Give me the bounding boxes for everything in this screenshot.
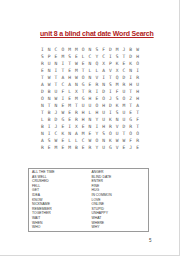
grid-cell-r10c4: W (59, 109, 66, 116)
grid-cell-r9c9: O (93, 102, 100, 109)
grid-cell-r14c8: W (87, 137, 94, 144)
grid-cell-r15c4: E (59, 144, 66, 151)
grid-cell-r15c14: J (127, 144, 134, 151)
grid-cell-r12c10: H (100, 123, 107, 130)
grid-cell-r11c4: G (59, 116, 66, 123)
grid-cell-r1c5: M (66, 46, 73, 53)
word-list-left-column: ALL THE TIMEAS WELLCRUSHEDFELLGETIDEAKNO… (29, 169, 89, 231)
grid-cell-r11c10: U (100, 116, 107, 123)
grid-cell-r3c15: O (134, 60, 141, 67)
grid-cell-r9c4: E (59, 102, 66, 109)
grid-cell-r2c11: I (107, 53, 114, 60)
grid-cell-r3c7: E (80, 60, 87, 67)
grid-cell-r13c14: O (127, 130, 134, 137)
grid-cell-r3c2: U (46, 60, 53, 67)
grid-cell-r13c13: T (121, 130, 128, 137)
grid-cell-r7c4: F (59, 88, 66, 95)
grid-cell-r7c9: I (93, 88, 100, 95)
grid-cell-r7c8: R (87, 88, 94, 95)
grid-cell-r2c9: Y (93, 53, 100, 60)
grid-cell-r1c10: F (100, 46, 107, 53)
grid-cell-r13c3: C (53, 130, 60, 137)
grid-cell-r11c5: E (66, 116, 73, 123)
grid-cell-r9c15: A (134, 102, 141, 109)
grid-cell-r1c14: B (127, 46, 134, 53)
grid-cell-r12c6: X (73, 123, 80, 130)
grid-cell-r11c14: G (127, 116, 134, 123)
grid-cell-r11c8: N (87, 116, 94, 123)
grid-cell-r6c13: R (121, 81, 128, 88)
grid-cell-r8c9: E (93, 95, 100, 102)
grid-cell-r6c15: U (134, 81, 141, 88)
grid-cell-r7c13: U (121, 88, 128, 95)
grid-cell-r12c9: I (93, 123, 100, 130)
grid-cell-r14c2: S (46, 137, 53, 144)
grid-cell-r15c1: R (39, 144, 46, 151)
grid-cell-r8c13: O (121, 95, 128, 102)
grid-cell-r6c4: C (59, 81, 66, 88)
grid-cell-r4c4: T (59, 67, 66, 74)
grid-cell-r4c12: X (114, 67, 121, 74)
grid-cell-r15c7: E (80, 144, 87, 151)
grid-cell-r7c6: X (73, 88, 80, 95)
grid-cell-r2c3: E (53, 53, 60, 60)
grid-cell-r5c6: W (73, 74, 80, 81)
grid-cell-r12c1: B (39, 123, 46, 130)
grid-cell-r9c1: N (39, 102, 46, 109)
grid-cell-r5c13: D (121, 74, 128, 81)
grid-cell-r1c15: W (134, 46, 141, 53)
grid-cell-r5c2: W (46, 74, 53, 81)
grid-cell-r9c10: H (100, 102, 107, 109)
grid-cell-r9c12: K (114, 102, 121, 109)
grid-cell-r2c4: M (59, 53, 66, 60)
grid-cell-r12c3: J (53, 123, 60, 130)
grid-cell-r10c7: H (80, 109, 87, 116)
grid-cell-r6c2: W (46, 81, 53, 88)
grid-cell-r1c6: M (73, 46, 80, 53)
grid-cell-r9c13: M (121, 102, 128, 109)
grid-cell-r15c10: U (100, 144, 107, 151)
grid-cell-r4c11: V (107, 67, 114, 74)
grid-cell-r4c5: E (66, 67, 73, 74)
grid-cell-r5c4: A (59, 74, 66, 81)
grid-cell-r9c8: U (87, 102, 94, 109)
grid-cell-r11c11: K (107, 116, 114, 123)
grid-cell-r6c1: A (39, 81, 46, 88)
grid-cell-r3c10: X (100, 60, 107, 67)
grid-cell-r9c5: M (66, 102, 73, 109)
grid-cell-r9c11: D (107, 102, 114, 109)
grid-cell-r10c10: U (100, 109, 107, 116)
grid-cell-r15c3: M (53, 144, 60, 151)
grid-cell-r15c15: E (134, 144, 141, 151)
grid-cell-r11c2: B (46, 116, 53, 123)
grid-cell-r5c9: V (93, 74, 100, 81)
grid-cell-r11c12: N (114, 116, 121, 123)
grid-cell-r8c1: O (39, 95, 46, 102)
grid-cell-r14c6: L (73, 137, 80, 144)
grid-cell-r2c6: E (73, 53, 80, 60)
grid-cell-r14c3: W (53, 137, 60, 144)
grid-cell-r15c13: E (121, 144, 128, 151)
grid-cell-r2c15: H (134, 53, 141, 60)
grid-cell-r2c7: L (80, 53, 87, 60)
grid-cell-r3c9: Q (93, 60, 100, 67)
grid-cell-r4c9: L (93, 67, 100, 74)
grid-cell-r6c6: N (73, 81, 80, 88)
grid-cell-r6c14: H (127, 81, 134, 88)
grid-cell-r6c11: S (107, 81, 114, 88)
grid-cell-r13c9: Y (93, 130, 100, 137)
grid-cell-r13c1: N (39, 130, 46, 137)
grid-cell-r5c14: I (127, 74, 134, 81)
grid-cell-r12c5: I (66, 123, 73, 130)
grid-cell-r14c7: C (80, 137, 87, 144)
grid-cell-r13c11: O (107, 130, 114, 137)
grid-cell-r2c14: D (127, 53, 134, 60)
grid-cell-r14c10: N (100, 137, 107, 144)
grid-cell-r5c1: T (39, 74, 46, 81)
grid-cell-r5c5: H (66, 74, 73, 81)
grid-cell-r10c11: I (107, 109, 114, 116)
grid-cell-r4c1: E (39, 67, 46, 74)
grid-cell-r7c2: B (46, 88, 53, 95)
grid-cell-r3c8: N (87, 60, 94, 67)
word-list-right-column: ANGERBLIND DATEENTERFINEHUGIN COMMONLOVE… (89, 169, 149, 231)
grid-cell-r13c15: O (134, 130, 141, 137)
grid-cell-r9c6: T (73, 102, 80, 109)
grid-cell-r15c12: V (114, 144, 121, 151)
grid-cell-r1c4: O (59, 46, 66, 53)
grid-cell-r4c3: I (53, 67, 60, 74)
grid-cell-r11c15: F (134, 116, 141, 123)
grid-cell-r5c15: R (134, 74, 141, 81)
word-list-box: ALL THE TIMEAS WELLCRUSHEDFELLGETIDEAKNO… (28, 168, 149, 232)
grid-cell-r4c2: N (46, 67, 53, 74)
grid-cell-r4c7: T (80, 67, 87, 74)
grid-cell-r12c4: E (59, 123, 66, 130)
grid-cell-r5c12: Q (114, 74, 121, 81)
grid-cell-r4c8: L (87, 67, 94, 74)
grid-cell-r7c15: H (134, 88, 141, 95)
grid-cell-r2c10: C (100, 53, 107, 60)
grid-cell-r12c15: T (134, 123, 141, 130)
grid-cell-r9c7: U (80, 102, 87, 109)
grid-cell-r9c2: T (46, 102, 53, 109)
grid-cell-r6c7: G (80, 81, 87, 88)
grid-cell-r7c7: T (80, 88, 87, 95)
grid-cell-r6c12: M (114, 81, 121, 88)
grid-cell-r14c9: O (93, 137, 100, 144)
grid-cell-r3c6: W (73, 60, 80, 67)
grid-cell-r13c4: K (59, 130, 66, 137)
grid-cell-r12c12: V (114, 123, 121, 130)
grid-cell-r11c9: Y (93, 116, 100, 123)
worksheet-page: unit 8 a blind chat date Word Search INC… (0, 0, 180, 256)
grid-cell-r10c15: T (134, 109, 141, 116)
grid-cell-r2c5: S (66, 53, 73, 60)
grid-cell-r1c7: O (80, 46, 87, 53)
grid-cell-r14c5: L (66, 137, 73, 144)
grid-cell-r9c14: T (127, 102, 134, 109)
grid-cell-r8c14: Z (127, 95, 134, 102)
grid-cell-r15c11: G (107, 144, 114, 151)
grid-cell-r7c5: L (66, 88, 73, 95)
grid-cell-r3c14: K (127, 60, 134, 67)
grid-cell-r1c1: I (39, 46, 46, 53)
grid-cell-r13c12: U (114, 130, 121, 137)
grid-cell-r1c2: N (46, 46, 53, 53)
grid-cell-r7c3: U (53, 88, 60, 95)
grid-cell-r1c13: J (121, 46, 128, 53)
grid-cell-r15c8: R (87, 144, 94, 151)
grid-cell-r3c12: K (114, 60, 121, 67)
grid-cell-r10c8: L (87, 109, 94, 116)
grid-cell-r13c10: S (100, 130, 107, 137)
grid-cell-r14c12: W (114, 137, 121, 144)
grid-cell-r6c9: R (93, 81, 100, 88)
grid-cell-r10c3: J (53, 109, 60, 116)
grid-cell-r8c5: E (66, 95, 73, 102)
grid-cell-r10c1: T (39, 109, 46, 116)
grid-cell-r7c11: I (107, 88, 114, 95)
grid-cell-r4c15: I (134, 67, 141, 74)
grid-cell-r2c8: C (87, 53, 94, 60)
grid-cell-r13c8: E (87, 130, 94, 137)
grid-cell-r15c9: Y (93, 144, 100, 151)
grid-cell-r14c15: R (134, 137, 141, 144)
grid-cell-r11c3: D (53, 116, 60, 123)
grid-cell-r11c1: L (39, 116, 46, 123)
grid-cell-r5c8: N (87, 74, 94, 81)
grid-cell-r8c2: N (46, 95, 53, 102)
grid-cell-r10c6: R (73, 109, 80, 116)
grid-cell-r1c8: N (87, 46, 94, 53)
grid-cell-r6c3: T (53, 81, 60, 88)
grid-cell-r3c13: E (121, 60, 128, 67)
grid-cell-r15c5: M (66, 144, 73, 151)
word-list-item: WHY (92, 225, 149, 230)
grid-cell-r8c11: J (107, 95, 114, 102)
grid-cell-r6c10: N (100, 81, 107, 88)
grid-cell-r5c3: T (53, 74, 60, 81)
grid-cell-r8c7: G (80, 95, 87, 102)
grid-cell-r2c2: P (46, 53, 53, 60)
word-list-item: WHO (32, 225, 89, 230)
grid-cell-r12c7: E (80, 123, 87, 130)
grid-cell-r14c1: A (39, 137, 46, 144)
grid-cell-r7c14: T (127, 88, 134, 95)
grid-cell-r13c6: A (73, 130, 80, 137)
grid-cell-r4c6: M (73, 67, 80, 74)
grid-cell-r8c15: H (134, 95, 141, 102)
grid-cell-r12c13: D (121, 123, 128, 130)
grid-cell-r12c8: N (87, 123, 94, 130)
grid-cell-r3c1: R (39, 60, 46, 67)
grid-cell-r6c5: A (66, 81, 73, 88)
grid-cell-r13c7: M (80, 130, 87, 137)
grid-cell-r10c14: E (127, 109, 134, 116)
grid-cell-r8c6: M (73, 95, 80, 102)
grid-cell-r7c1: D (39, 88, 46, 95)
grid-cell-r1c9: S (93, 46, 100, 53)
grid-cell-r12c2: I (46, 123, 53, 130)
grid-cell-r1c12: M (114, 46, 121, 53)
grid-cell-r2c1: S (39, 53, 46, 60)
grid-cell-r13c2: I (46, 130, 53, 137)
grid-cell-r14c4: E (59, 137, 66, 144)
page-number: 5 (149, 238, 152, 243)
grid-cell-r1c11: D (107, 46, 114, 53)
grid-cell-r7c10: D (100, 88, 107, 95)
grid-cell-r11c7: H (80, 116, 87, 123)
grid-cell-r8c4: I (59, 95, 66, 102)
word-search-grid: INCOMMONSFDMJBWSPEMSELCYCISTDHRUNITWENQX… (39, 46, 141, 151)
grid-cell-r8c3: W (53, 95, 60, 102)
grid-cell-r4c14: N (127, 67, 134, 74)
grid-cell-r3c3: N (53, 60, 60, 67)
grid-cell-r11c13: U (121, 116, 128, 123)
grid-cell-r5c11: T (107, 74, 114, 81)
grid-cell-r4c13: C (121, 67, 128, 74)
grid-cell-r14c11: K (107, 137, 114, 144)
grid-cell-r14c14: F (127, 137, 134, 144)
grid-cell-r3c5: T (66, 60, 73, 67)
grid-cell-r9c3: N (53, 102, 60, 109)
grid-cell-r13c5: N (66, 130, 73, 137)
grid-cell-r8c10: O (100, 95, 107, 102)
grid-cell-r4c10: A (100, 67, 107, 74)
grid-cell-r8c8: H (87, 95, 94, 102)
grid-cell-r12c11: R (107, 123, 114, 130)
grid-cell-r11c6: R (73, 116, 80, 123)
grid-cell-r2c13: T (121, 53, 128, 60)
grid-cell-r10c5: E (66, 109, 73, 116)
grid-cell-r10c12: S (114, 109, 121, 116)
grid-cell-r10c13: U (121, 109, 128, 116)
grid-cell-r7c12: F (114, 88, 121, 95)
grid-cell-r8c12: S (114, 95, 121, 102)
grid-cell-r10c9: H (93, 109, 100, 116)
worksheet-title: unit 8 a blind chat date Word Search (40, 30, 142, 38)
grid-cell-r12c14: R (127, 123, 134, 130)
grid-cell-r10c2: B (46, 109, 53, 116)
grid-cell-r6c8: E (87, 81, 94, 88)
grid-cell-r15c2: E (46, 144, 53, 151)
grid-cell-r14c13: W (121, 137, 128, 144)
grid-cell-r2c12: S (114, 53, 121, 60)
grid-cell-r3c4: I (59, 60, 66, 67)
grid-cell-r15c6: B (73, 144, 80, 151)
grid-cell-r5c10: I (100, 74, 107, 81)
grid-cell-r3c11: P (107, 60, 114, 67)
grid-cell-r1c3: C (53, 46, 60, 53)
grid-cell-r5c7: O (80, 74, 87, 81)
